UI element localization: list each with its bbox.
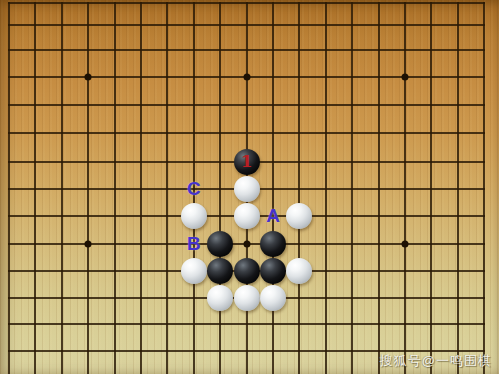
white-stone [181, 203, 207, 229]
white-stone [286, 258, 312, 284]
black-stone [260, 231, 286, 257]
white-stone [234, 176, 260, 202]
black-stone [260, 258, 286, 284]
grid-line-horizontal [8, 323, 485, 325]
white-stone [207, 285, 233, 311]
watermark-text: 搜狐号@一鸣围棋 [380, 352, 492, 370]
move-number-label: 1 [241, 153, 253, 170]
black-stone [207, 231, 233, 257]
black-stone [207, 258, 233, 284]
star-point [402, 74, 409, 81]
grid-line-horizontal [8, 49, 485, 51]
white-stone [286, 203, 312, 229]
go-diagram: 1ABC 搜狐号@一鸣围棋 [0, 0, 499, 374]
star-point [85, 241, 92, 248]
star-point [402, 241, 409, 248]
black-stone [234, 258, 260, 284]
star-point [85, 74, 92, 81]
annotation-letter-a: A [266, 206, 280, 225]
white-stone [260, 285, 286, 311]
white-stone [234, 203, 260, 229]
grid-line-horizontal [8, 132, 485, 134]
grid-line-horizontal [8, 24, 485, 26]
grid-line-horizontal [8, 2, 485, 4]
star-point [243, 241, 250, 248]
annotation-letter-b: B [187, 234, 201, 253]
grid-line-horizontal [8, 104, 485, 106]
white-stone [181, 258, 207, 284]
white-stone [234, 285, 260, 311]
go-board: 1ABC [0, 0, 499, 374]
black-stone: 1 [234, 149, 260, 175]
annotation-letter-c: C [187, 179, 201, 198]
star-point [243, 74, 250, 81]
